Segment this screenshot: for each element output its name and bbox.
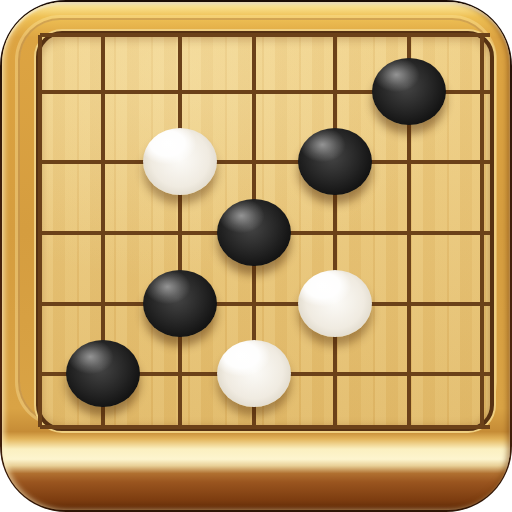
board-grid [40, 35, 490, 427]
black-stone-r3c3 [217, 199, 291, 266]
black-stone-r4c2 [143, 270, 217, 337]
grid-hline-2 [40, 160, 490, 164]
grid-hline-6 [40, 425, 490, 429]
gomoku-app-icon[interactable] [0, 0, 512, 512]
gomoku-board [36, 31, 494, 431]
black-stone-r5c1 [66, 340, 140, 407]
black-stone-r1c5 [372, 58, 446, 125]
black-stone-r2c4 [298, 128, 372, 195]
screenshot-canvas [0, 0, 512, 512]
white-stone-r4c4 [298, 270, 372, 337]
white-stone-r2c2 [143, 128, 217, 195]
grid-hline-0 [40, 33, 490, 37]
white-stone-r5c3 [217, 340, 291, 407]
grid-hline-4 [40, 302, 490, 306]
